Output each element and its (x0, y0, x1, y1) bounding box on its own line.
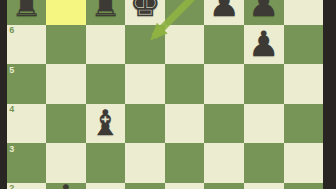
square-b4[interactable] (46, 104, 86, 144)
square-d4[interactable] (125, 104, 165, 144)
black-pawn[interactable]: ♟ (244, 0, 284, 25)
square-e6[interactable] (165, 25, 205, 65)
square-f2[interactable] (204, 183, 244, 189)
rank-label-2: 2 (9, 184, 14, 189)
square-h7[interactable] (284, 0, 324, 25)
square-c7[interactable]: ♜ (86, 0, 126, 25)
square-b2[interactable]: ♝ (46, 183, 86, 189)
square-f4[interactable] (204, 104, 244, 144)
black-king[interactable]: ♚ (125, 0, 165, 25)
square-c4[interactable]: ♝ (86, 104, 126, 144)
square-c3[interactable] (86, 143, 126, 183)
square-b3[interactable] (46, 143, 86, 183)
square-h3[interactable] (284, 143, 324, 183)
square-g2[interactable] (244, 183, 284, 189)
square-d3[interactable] (125, 143, 165, 183)
black-bishop[interactable]: ♝ (46, 179, 86, 189)
square-e5[interactable] (165, 64, 205, 104)
square-g4[interactable] (244, 104, 284, 144)
square-g5[interactable] (244, 64, 284, 104)
square-b7[interactable] (46, 0, 86, 25)
square-d2[interactable] (125, 183, 165, 189)
board-left-gutter (0, 0, 7, 189)
square-g7[interactable]: ♟ (244, 0, 284, 25)
square-f6[interactable] (204, 25, 244, 65)
square-c5[interactable] (86, 64, 126, 104)
square-c2[interactable] (86, 183, 126, 189)
square-g3[interactable] (244, 143, 284, 183)
board-right-gutter (323, 0, 336, 189)
square-h5[interactable] (284, 64, 324, 104)
chess-app-screen: ♜♜♚♟♟♟♝♝65432 (0, 0, 336, 189)
square-d6[interactable] (125, 25, 165, 65)
rank-label-3: 3 (9, 145, 14, 154)
rank-label-6: 6 (9, 26, 14, 35)
square-e3[interactable] (165, 143, 205, 183)
square-d5[interactable] (125, 64, 165, 104)
square-h4[interactable] (284, 104, 324, 144)
black-pawn[interactable]: ♟ (204, 0, 244, 25)
rank-label-5: 5 (9, 66, 14, 75)
rank-label-4: 4 (9, 105, 14, 114)
square-e4[interactable] (165, 104, 205, 144)
square-b6[interactable] (46, 25, 86, 65)
black-pawn[interactable]: ♟ (244, 25, 284, 65)
square-h2[interactable] (284, 183, 324, 189)
square-f7[interactable]: ♟ (204, 0, 244, 25)
square-h6[interactable] (284, 25, 324, 65)
chess-board[interactable]: ♜♜♚♟♟♟♝♝65432 (7, 0, 323, 189)
square-f5[interactable] (204, 64, 244, 104)
square-d7[interactable]: ♚ (125, 0, 165, 25)
square-b5[interactable] (46, 64, 86, 104)
square-a7[interactable]: ♜ (7, 0, 47, 25)
square-c6[interactable] (86, 25, 126, 65)
square-g6[interactable]: ♟ (244, 25, 284, 65)
square-e7[interactable] (165, 0, 205, 25)
square-e2[interactable] (165, 183, 205, 189)
black-rook[interactable]: ♜ (7, 0, 47, 25)
square-f3[interactable] (204, 143, 244, 183)
black-bishop[interactable]: ♝ (86, 104, 126, 144)
black-rook[interactable]: ♜ (86, 0, 126, 25)
